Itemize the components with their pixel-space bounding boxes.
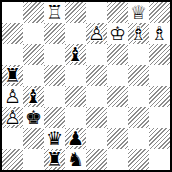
piece-white-queen: ♛♕ bbox=[128, 2, 149, 23]
piece-white-outline-layer: ♖ bbox=[44, 2, 65, 23]
square-d2[interactable]: ♟ bbox=[65, 128, 86, 149]
piece-white-outline-layer: ♗ bbox=[128, 23, 149, 44]
square-f5[interactable] bbox=[107, 65, 128, 86]
square-d5[interactable] bbox=[65, 65, 86, 86]
square-h3[interactable] bbox=[149, 107, 170, 128]
square-b4[interactable]: ♝ bbox=[23, 86, 44, 107]
square-d7[interactable] bbox=[65, 23, 86, 44]
square-h1[interactable] bbox=[149, 149, 170, 170]
square-c4[interactable] bbox=[44, 86, 65, 107]
square-b3[interactable]: ♚ bbox=[23, 107, 44, 128]
square-g5[interactable] bbox=[128, 65, 149, 86]
square-a6[interactable] bbox=[2, 44, 23, 65]
piece-white-outline-layer: ♔ bbox=[107, 23, 128, 44]
square-a3[interactable]: ♟♙ bbox=[2, 107, 23, 128]
square-d3[interactable] bbox=[65, 107, 86, 128]
square-c1[interactable]: ♜ bbox=[44, 149, 65, 170]
square-a7[interactable] bbox=[2, 23, 23, 44]
square-e5[interactable] bbox=[86, 65, 107, 86]
square-h5[interactable] bbox=[149, 65, 170, 86]
square-h2[interactable] bbox=[149, 128, 170, 149]
square-c5[interactable] bbox=[44, 65, 65, 86]
square-a2[interactable] bbox=[2, 128, 23, 149]
piece-white-outline-layer: ♗ bbox=[149, 23, 170, 44]
square-e8[interactable] bbox=[86, 2, 107, 23]
square-c2[interactable]: ♛ bbox=[44, 128, 65, 149]
square-a4[interactable]: ♟♙ bbox=[2, 86, 23, 107]
piece-white-outline-layer: ♙ bbox=[86, 23, 107, 44]
square-e4[interactable] bbox=[86, 86, 107, 107]
square-a5[interactable]: ♜ bbox=[2, 65, 23, 86]
square-h4[interactable] bbox=[149, 86, 170, 107]
square-f3[interactable] bbox=[107, 107, 128, 128]
piece-black-knight: ♞ bbox=[65, 149, 86, 170]
square-f1[interactable] bbox=[107, 149, 128, 170]
square-b8[interactable] bbox=[23, 2, 44, 23]
piece-black-king: ♚ bbox=[23, 107, 44, 128]
square-d6[interactable]: ♝ bbox=[65, 44, 86, 65]
piece-white-pawn: ♟♙ bbox=[86, 23, 107, 44]
piece-white-king: ♚♔ bbox=[107, 23, 128, 44]
piece-white-pawn: ♟♙ bbox=[2, 86, 23, 107]
square-c8[interactable]: ♜♖ bbox=[44, 2, 65, 23]
piece-black-queen: ♛ bbox=[44, 128, 65, 149]
square-g4[interactable] bbox=[128, 86, 149, 107]
square-c7[interactable] bbox=[44, 23, 65, 44]
square-d8[interactable] bbox=[65, 2, 86, 23]
chess-board: ♜♖♛♕♟♙♚♔♝♗♝♗♝♜♟♙♝♟♙♚♛♟♜♞ bbox=[2, 2, 170, 170]
square-e3[interactable] bbox=[86, 107, 107, 128]
square-g8[interactable]: ♛♕ bbox=[128, 2, 149, 23]
square-c6[interactable] bbox=[44, 44, 65, 65]
square-b2[interactable] bbox=[23, 128, 44, 149]
square-a1[interactable] bbox=[2, 149, 23, 170]
square-h6[interactable] bbox=[149, 44, 170, 65]
square-g6[interactable] bbox=[128, 44, 149, 65]
piece-black-pawn: ♟ bbox=[65, 128, 86, 149]
square-d4[interactable] bbox=[65, 86, 86, 107]
square-h8[interactable] bbox=[149, 2, 170, 23]
square-f6[interactable] bbox=[107, 44, 128, 65]
piece-white-bishop: ♝♗ bbox=[128, 23, 149, 44]
square-e7[interactable]: ♟♙ bbox=[86, 23, 107, 44]
chess-board-frame: ♜♖♛♕♟♙♚♔♝♗♝♗♝♜♟♙♝♟♙♚♛♟♜♞ bbox=[0, 0, 172, 172]
square-g3[interactable] bbox=[128, 107, 149, 128]
piece-white-outline-layer: ♕ bbox=[128, 2, 149, 23]
piece-white-outline-layer: ♙ bbox=[2, 107, 23, 128]
square-h7[interactable]: ♝♗ bbox=[149, 23, 170, 44]
square-e2[interactable] bbox=[86, 128, 107, 149]
piece-white-rook: ♜♖ bbox=[44, 2, 65, 23]
square-g1[interactable] bbox=[128, 149, 149, 170]
square-a8[interactable] bbox=[2, 2, 23, 23]
square-d1[interactable]: ♞ bbox=[65, 149, 86, 170]
square-g7[interactable]: ♝♗ bbox=[128, 23, 149, 44]
piece-white-bishop: ♝♗ bbox=[149, 23, 170, 44]
square-b6[interactable] bbox=[23, 44, 44, 65]
square-f4[interactable] bbox=[107, 86, 128, 107]
square-f8[interactable] bbox=[107, 2, 128, 23]
piece-black-bishop: ♝ bbox=[23, 86, 44, 107]
square-e6[interactable] bbox=[86, 44, 107, 65]
square-b1[interactable] bbox=[23, 149, 44, 170]
square-b7[interactable] bbox=[23, 23, 44, 44]
square-b5[interactable] bbox=[23, 65, 44, 86]
piece-black-bishop: ♝ bbox=[65, 44, 86, 65]
square-g2[interactable] bbox=[128, 128, 149, 149]
piece-white-pawn: ♟♙ bbox=[2, 107, 23, 128]
square-f2[interactable] bbox=[107, 128, 128, 149]
piece-white-outline-layer: ♙ bbox=[2, 86, 23, 107]
square-c3[interactable] bbox=[44, 107, 65, 128]
square-e1[interactable] bbox=[86, 149, 107, 170]
piece-black-rook: ♜ bbox=[44, 149, 65, 170]
square-f7[interactable]: ♚♔ bbox=[107, 23, 128, 44]
piece-black-rook: ♜ bbox=[2, 65, 23, 86]
